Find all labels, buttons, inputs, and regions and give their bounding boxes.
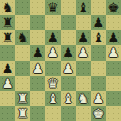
square-e2[interactable]: ♝ bbox=[61, 91, 76, 106]
piece-black-pawn[interactable]: ♟ bbox=[77, 30, 89, 45]
piece-black-knight[interactable]: ♞ bbox=[17, 30, 29, 45]
piece-white-bishop[interactable]: ♝ bbox=[47, 91, 59, 106]
square-h6[interactable]: ♟ bbox=[106, 30, 121, 45]
piece-black-bishop[interactable]: ♝ bbox=[77, 0, 89, 15]
square-d6[interactable]: ♟ bbox=[45, 30, 60, 45]
piece-black-king[interactable]: ♚ bbox=[108, 0, 120, 15]
square-h2[interactable] bbox=[106, 91, 121, 106]
square-h3[interactable] bbox=[106, 76, 121, 91]
square-a6[interactable]: ♜ bbox=[0, 30, 15, 45]
square-d8[interactable]: ♛ bbox=[45, 0, 60, 15]
piece-white-rook[interactable]: ♜ bbox=[17, 91, 29, 106]
square-g5[interactable] bbox=[91, 45, 106, 60]
square-h7[interactable] bbox=[106, 15, 121, 30]
square-d2[interactable]: ♝ bbox=[45, 91, 60, 106]
square-e1[interactable] bbox=[61, 106, 76, 121]
square-f5[interactable]: ♟ bbox=[76, 45, 91, 60]
piece-white-pawn[interactable]: ♟ bbox=[47, 45, 59, 60]
square-g4[interactable] bbox=[91, 61, 106, 76]
piece-black-pawn[interactable]: ♟ bbox=[92, 15, 104, 30]
square-e5[interactable]: ♟ bbox=[61, 45, 76, 60]
square-g2[interactable]: ♟ bbox=[91, 91, 106, 106]
piece-black-pawn[interactable]: ♟ bbox=[62, 45, 74, 60]
square-c2[interactable] bbox=[30, 91, 45, 106]
square-b7[interactable] bbox=[15, 15, 30, 30]
square-g1[interactable]: ♚ bbox=[91, 106, 106, 121]
square-a5[interactable] bbox=[0, 45, 15, 60]
square-a7[interactable]: ♜ bbox=[0, 15, 15, 30]
square-c3[interactable] bbox=[30, 76, 45, 91]
square-d4[interactable] bbox=[45, 61, 60, 76]
square-a4[interactable]: ♟ bbox=[0, 61, 15, 76]
square-c6[interactable] bbox=[30, 30, 45, 45]
square-g6[interactable]: ♝ bbox=[91, 30, 106, 45]
square-d5[interactable]: ♟ bbox=[45, 45, 60, 60]
square-e7[interactable] bbox=[61, 15, 76, 30]
square-f7[interactable] bbox=[76, 15, 91, 30]
square-d1[interactable] bbox=[45, 106, 60, 121]
piece-white-pawn[interactable]: ♟ bbox=[108, 45, 120, 60]
piece-white-knight[interactable]: ♞ bbox=[77, 91, 89, 106]
square-g3[interactable] bbox=[91, 76, 106, 91]
square-a3[interactable]: ♟ bbox=[0, 76, 15, 91]
square-f4[interactable] bbox=[76, 61, 91, 76]
square-b1[interactable]: ♜ bbox=[15, 106, 30, 121]
square-d3[interactable]: ♛ bbox=[45, 76, 60, 91]
square-b3[interactable] bbox=[15, 76, 30, 91]
square-a1[interactable] bbox=[0, 106, 15, 121]
square-a8[interactable]: ♞ bbox=[0, 0, 15, 15]
piece-black-knight[interactable]: ♞ bbox=[2, 0, 14, 15]
square-f6[interactable]: ♟ bbox=[76, 30, 91, 45]
square-e3[interactable] bbox=[61, 76, 76, 91]
square-c1[interactable] bbox=[30, 106, 45, 121]
piece-white-queen[interactable]: ♛ bbox=[47, 76, 59, 91]
piece-black-pawn[interactable]: ♟ bbox=[32, 45, 44, 60]
piece-black-bishop[interactable]: ♝ bbox=[92, 30, 104, 45]
square-b4[interactable] bbox=[15, 61, 30, 76]
square-b8[interactable] bbox=[15, 0, 30, 15]
square-h4[interactable] bbox=[106, 61, 121, 76]
piece-white-bishop[interactable]: ♝ bbox=[62, 91, 74, 106]
piece-white-pawn[interactable]: ♟ bbox=[92, 91, 104, 106]
square-f2[interactable]: ♞ bbox=[76, 91, 91, 106]
chess-board: ♞♛♝♚♜♟♜♞♟♟♝♟♟♟♟♟♟♟♟♟♟♛♜♝♝♞♟♜♚ bbox=[0, 0, 121, 121]
square-c8[interactable] bbox=[30, 0, 45, 15]
square-e4[interactable]: ♟ bbox=[61, 61, 76, 76]
piece-black-rook[interactable]: ♜ bbox=[2, 15, 14, 30]
square-e8[interactable] bbox=[61, 0, 76, 15]
square-f3[interactable] bbox=[76, 76, 91, 91]
square-e6[interactable] bbox=[61, 30, 76, 45]
piece-white-pawn[interactable]: ♟ bbox=[77, 45, 89, 60]
square-d7[interactable] bbox=[45, 15, 60, 30]
square-g8[interactable] bbox=[91, 0, 106, 15]
piece-black-pawn[interactable]: ♟ bbox=[108, 30, 120, 45]
square-h5[interactable]: ♟ bbox=[106, 45, 121, 60]
piece-white-pawn[interactable]: ♟ bbox=[62, 61, 74, 76]
square-f8[interactable]: ♝ bbox=[76, 0, 91, 15]
square-b2[interactable]: ♜ bbox=[15, 91, 30, 106]
piece-white-pawn[interactable]: ♟ bbox=[2, 76, 14, 91]
piece-black-pawn[interactable]: ♟ bbox=[2, 61, 14, 76]
piece-black-rook[interactable]: ♜ bbox=[2, 30, 14, 45]
piece-white-king[interactable]: ♚ bbox=[92, 106, 104, 121]
square-f1[interactable] bbox=[76, 106, 91, 121]
piece-white-pawn[interactable]: ♟ bbox=[32, 61, 44, 76]
piece-black-queen[interactable]: ♛ bbox=[47, 0, 59, 15]
square-c5[interactable]: ♟ bbox=[30, 45, 45, 60]
square-c4[interactable]: ♟ bbox=[30, 61, 45, 76]
square-b5[interactable] bbox=[15, 45, 30, 60]
piece-black-pawn[interactable]: ♟ bbox=[47, 30, 59, 45]
square-h1[interactable] bbox=[106, 106, 121, 121]
square-b6[interactable]: ♞ bbox=[15, 30, 30, 45]
piece-white-rook[interactable]: ♜ bbox=[17, 106, 29, 121]
square-h8[interactable]: ♚ bbox=[106, 0, 121, 15]
square-g7[interactable]: ♟ bbox=[91, 15, 106, 30]
square-a2[interactable] bbox=[0, 91, 15, 106]
square-c7[interactable] bbox=[30, 15, 45, 30]
